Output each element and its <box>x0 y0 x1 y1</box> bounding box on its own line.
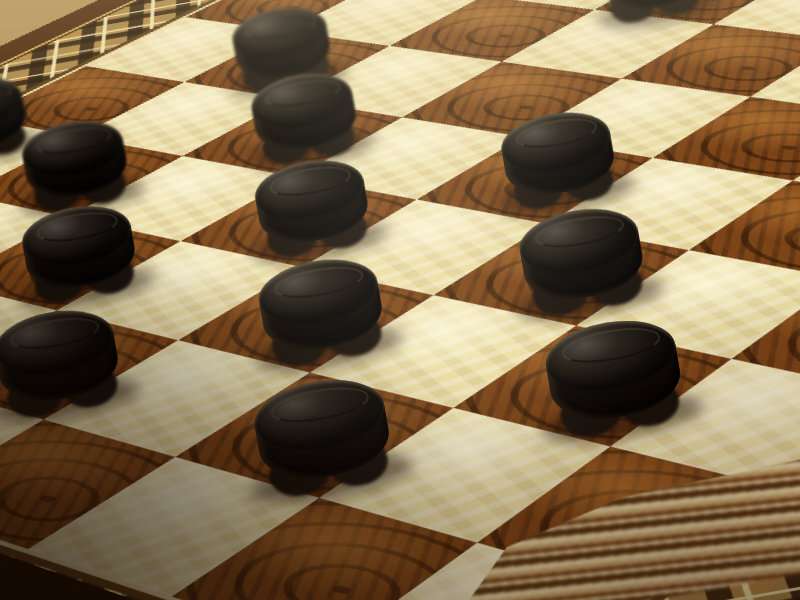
piece-top-ring <box>268 381 371 428</box>
checker-piece-c3[interactable] <box>18 198 142 308</box>
camera-tilt-wrapper <box>0 0 800 600</box>
piece-top-ring <box>262 74 343 111</box>
piece-top-ring <box>8 312 102 355</box>
checker-piece-f2[interactable] <box>249 371 397 502</box>
pieces-layer <box>0 0 800 600</box>
checker-piece-d2[interactable] <box>0 302 125 422</box>
checker-piece-c5[interactable] <box>247 67 362 169</box>
checker-piece-g3[interactable] <box>540 311 688 442</box>
checker-piece-e3[interactable] <box>254 251 389 371</box>
piece-top-ring <box>272 260 366 303</box>
piece-top-ring <box>513 113 600 153</box>
piece-top-ring <box>0 78 14 113</box>
piece-top-ring <box>560 322 663 369</box>
piece-top-ring <box>267 161 354 201</box>
checker-piece-d4[interactable] <box>251 153 375 263</box>
checker-piece-e5[interactable] <box>497 105 621 215</box>
piece-top-ring <box>33 122 114 159</box>
piece-top-ring <box>243 8 319 43</box>
piece-top-ring <box>532 210 626 253</box>
checker-piece-d8[interactable] <box>596 0 706 27</box>
checkers-board-photo <box>0 0 800 600</box>
piece-top-ring <box>34 207 121 247</box>
checker-piece-f4[interactable] <box>515 201 650 321</box>
